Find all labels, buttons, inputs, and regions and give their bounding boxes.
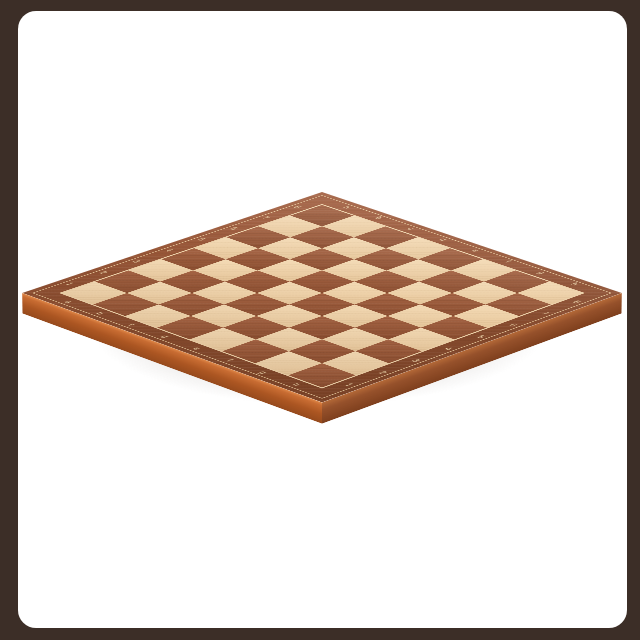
square-dark bbox=[157, 316, 223, 339]
square-light bbox=[388, 304, 454, 327]
photo-frame: abcdefgh abcdefgh 87654321 87654321 bbox=[0, 0, 640, 640]
square-light bbox=[125, 304, 191, 327]
square-dark bbox=[485, 293, 550, 316]
square-dark bbox=[289, 339, 356, 363]
square-dark bbox=[159, 293, 224, 316]
square-light bbox=[388, 328, 454, 352]
square-light bbox=[255, 351, 322, 375]
square-dark bbox=[224, 293, 289, 316]
square-dark bbox=[355, 339, 422, 363]
square-dark bbox=[355, 316, 421, 339]
square-dark bbox=[222, 339, 289, 363]
square-dark bbox=[420, 293, 485, 316]
square-light bbox=[322, 304, 388, 327]
square-dark bbox=[289, 293, 354, 316]
square-dark bbox=[289, 316, 355, 339]
square-dark bbox=[288, 363, 355, 387]
square-light bbox=[190, 328, 256, 352]
board-scene: abcdefgh abcdefgh 87654321 87654321 bbox=[110, 81, 534, 505]
square-light bbox=[322, 328, 388, 352]
square-dark bbox=[93, 293, 158, 316]
square-light bbox=[453, 304, 519, 327]
square-light bbox=[322, 351, 389, 375]
photo-background: abcdefgh abcdefgh 87654321 87654321 bbox=[18, 11, 627, 628]
square-dark bbox=[223, 316, 289, 339]
square-light bbox=[256, 328, 322, 352]
square-dark bbox=[355, 293, 420, 316]
chess-board: abcdefgh abcdefgh 87654321 87654321 bbox=[22, 192, 622, 402]
square-light bbox=[256, 304, 322, 327]
square-light bbox=[191, 304, 257, 327]
square-dark bbox=[421, 316, 487, 339]
